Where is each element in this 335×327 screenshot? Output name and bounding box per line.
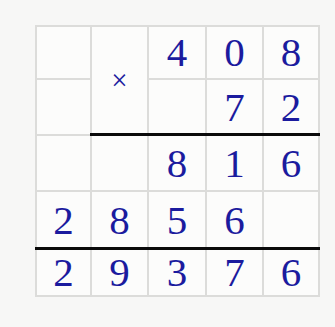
cell-r1c1-empty bbox=[37, 27, 92, 80]
cell-r5c5-product-digit: 6 bbox=[264, 250, 320, 297]
cell-r1c3-multiplicand-hundreds: 4 bbox=[149, 27, 207, 80]
cell-r2c5-multiplier-ones: 2 bbox=[264, 80, 320, 136]
cell-r5c4-product-digit: 7 bbox=[207, 250, 264, 297]
cell-r4c5-empty bbox=[264, 192, 320, 250]
cell-r2c3-empty bbox=[149, 80, 207, 136]
cell-r4c3-partial2-digit: 5 bbox=[149, 192, 207, 250]
cell-r4c1-partial2-digit: 2 bbox=[37, 192, 92, 250]
multiplication-operator: × bbox=[92, 27, 149, 136]
cell-r5c1-product-digit: 2 bbox=[37, 250, 92, 297]
cell-r4c4-partial2-digit: 6 bbox=[207, 192, 264, 250]
cell-r3c3-partial1-digit: 8 bbox=[149, 136, 207, 192]
cell-r3c4-partial1-digit: 1 bbox=[207, 136, 264, 192]
cell-r5c3-product-digit: 3 bbox=[149, 250, 207, 297]
cell-r3c1-empty bbox=[37, 136, 92, 192]
rule-above-product bbox=[35, 247, 320, 250]
cell-r1c4-multiplicand-tens: 0 bbox=[207, 27, 264, 80]
cell-r5c2-product-digit: 9 bbox=[92, 250, 149, 297]
cell-r2c4-multiplier-tens: 7 bbox=[207, 80, 264, 136]
cell-r3c2-empty bbox=[92, 136, 149, 192]
long-multiplication-grid: × 4 0 8 7 2 8 1 6 2 8 5 6 2 9 3 7 6 bbox=[35, 25, 320, 297]
cell-r4c2-partial2-digit: 8 bbox=[92, 192, 149, 250]
cell-r3c5-partial1-digit: 6 bbox=[264, 136, 320, 192]
cell-r1c5-multiplicand-ones: 8 bbox=[264, 27, 320, 80]
rule-under-multiplier bbox=[90, 133, 320, 136]
cell-r2c1-empty bbox=[37, 80, 92, 136]
